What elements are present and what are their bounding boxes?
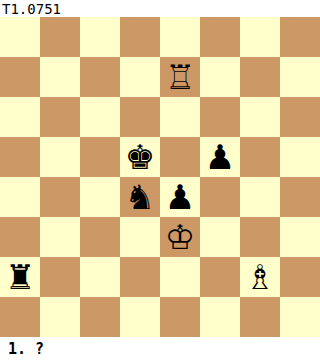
white-rook[interactable]: ♖ <box>165 57 195 97</box>
square-c3[interactable] <box>80 217 120 257</box>
square-d5[interactable]: ♚ <box>120 137 160 177</box>
square-a2[interactable]: ♜ <box>0 257 40 297</box>
square-a6[interactable] <box>0 97 40 137</box>
square-b7[interactable] <box>40 57 80 97</box>
square-f1[interactable] <box>200 297 240 337</box>
square-g8[interactable] <box>240 17 280 57</box>
white-king[interactable]: ♔ <box>165 217 195 257</box>
square-h6[interactable] <box>280 97 320 137</box>
square-g1[interactable] <box>240 297 280 337</box>
square-g6[interactable] <box>240 97 280 137</box>
square-c2[interactable] <box>80 257 120 297</box>
square-g2[interactable]: ♗ <box>240 257 280 297</box>
square-b6[interactable] <box>40 97 80 137</box>
square-h8[interactable] <box>280 17 320 57</box>
square-a1[interactable] <box>0 297 40 337</box>
square-f6[interactable] <box>200 97 240 137</box>
square-a8[interactable] <box>0 17 40 57</box>
square-h7[interactable] <box>280 57 320 97</box>
square-f5[interactable]: ♟ <box>200 137 240 177</box>
square-f7[interactable] <box>200 57 240 97</box>
square-g3[interactable] <box>240 217 280 257</box>
square-c5[interactable] <box>80 137 120 177</box>
square-f2[interactable] <box>200 257 240 297</box>
black-pawn[interactable]: ♟ <box>205 137 235 177</box>
square-a7[interactable] <box>0 57 40 97</box>
square-d8[interactable] <box>120 17 160 57</box>
square-h4[interactable] <box>280 177 320 217</box>
square-b5[interactable] <box>40 137 80 177</box>
square-c4[interactable] <box>80 177 120 217</box>
square-h1[interactable] <box>280 297 320 337</box>
square-b3[interactable] <box>40 217 80 257</box>
square-c1[interactable] <box>80 297 120 337</box>
square-a5[interactable] <box>0 137 40 177</box>
black-king[interactable]: ♚ <box>125 137 155 177</box>
square-d1[interactable] <box>120 297 160 337</box>
square-b4[interactable] <box>40 177 80 217</box>
square-e2[interactable] <box>160 257 200 297</box>
square-e1[interactable] <box>160 297 200 337</box>
square-d7[interactable] <box>120 57 160 97</box>
square-c8[interactable] <box>80 17 120 57</box>
black-rook[interactable]: ♜ <box>5 257 35 297</box>
black-pawn[interactable]: ♟ <box>165 177 195 217</box>
square-d4[interactable]: ♞ <box>120 177 160 217</box>
chess-board: ♖♚♟♞♟♔♜♗ <box>0 17 320 337</box>
square-g4[interactable] <box>240 177 280 217</box>
square-h5[interactable] <box>280 137 320 177</box>
square-e7[interactable]: ♖ <box>160 57 200 97</box>
square-a3[interactable] <box>0 217 40 257</box>
square-b2[interactable] <box>40 257 80 297</box>
square-d2[interactable] <box>120 257 160 297</box>
square-b1[interactable] <box>40 297 80 337</box>
square-d6[interactable] <box>120 97 160 137</box>
square-g7[interactable] <box>240 57 280 97</box>
square-e8[interactable] <box>160 17 200 57</box>
square-d3[interactable] <box>120 217 160 257</box>
square-f4[interactable] <box>200 177 240 217</box>
puzzle-title: T1.0751 <box>0 0 320 17</box>
square-e3[interactable]: ♔ <box>160 217 200 257</box>
square-c6[interactable] <box>80 97 120 137</box>
square-a4[interactable] <box>0 177 40 217</box>
square-c7[interactable] <box>80 57 120 97</box>
square-e5[interactable] <box>160 137 200 177</box>
square-h3[interactable] <box>280 217 320 257</box>
black-knight[interactable]: ♞ <box>125 177 155 217</box>
square-b8[interactable] <box>40 17 80 57</box>
square-e4[interactable]: ♟ <box>160 177 200 217</box>
square-h2[interactable] <box>280 257 320 297</box>
square-e6[interactable] <box>160 97 200 137</box>
white-bishop[interactable]: ♗ <box>245 257 275 297</box>
square-g5[interactable] <box>240 137 280 177</box>
square-f3[interactable] <box>200 217 240 257</box>
square-f8[interactable] <box>200 17 240 57</box>
move-prompt: 1. ? <box>0 337 320 360</box>
